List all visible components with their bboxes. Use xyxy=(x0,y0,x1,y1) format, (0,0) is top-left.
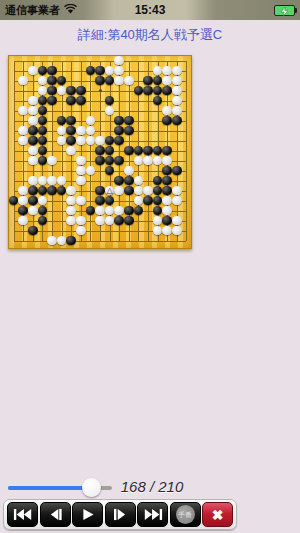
white-stone xyxy=(95,206,105,216)
white-stone xyxy=(38,86,48,96)
black-stone xyxy=(38,216,48,226)
white-stone xyxy=(134,176,144,186)
black-stone xyxy=(162,166,172,176)
move-counter-label: 168 / 210 xyxy=(112,478,192,495)
black-stone xyxy=(28,186,38,196)
black-stone xyxy=(105,146,115,156)
black-stone xyxy=(114,216,124,226)
black-stone xyxy=(47,86,57,96)
white-stone xyxy=(66,186,76,196)
black-stone xyxy=(86,206,96,216)
black-stone xyxy=(143,196,153,206)
close-button[interactable]: ✖ xyxy=(202,502,233,527)
frame-forward-icon xyxy=(113,508,128,521)
charging-bolt-icon xyxy=(281,6,288,18)
black-stone xyxy=(134,86,144,96)
white-stone xyxy=(47,156,57,166)
white-stone xyxy=(172,66,182,76)
frame-back-icon xyxy=(48,508,63,521)
white-stone xyxy=(105,66,115,76)
white-stone xyxy=(76,216,86,226)
white-stone xyxy=(18,216,28,226)
black-stone xyxy=(143,76,153,86)
white-stone xyxy=(38,76,48,86)
black-stone xyxy=(95,186,105,196)
black-stone xyxy=(153,86,163,96)
white-stone xyxy=(172,76,182,86)
black-stone xyxy=(38,116,48,126)
black-stone xyxy=(66,116,76,126)
black-stone xyxy=(153,196,163,206)
white-stone xyxy=(18,136,28,146)
white-stone xyxy=(18,126,28,136)
page-title: 詳細:第40期名人戦予選C xyxy=(0,26,300,44)
black-stone xyxy=(18,206,28,216)
white-stone xyxy=(134,156,144,166)
skip-to-start-button[interactable] xyxy=(7,502,38,527)
white-stone xyxy=(57,136,67,146)
black-stone xyxy=(57,76,67,86)
black-stone xyxy=(38,186,48,196)
black-stone xyxy=(172,166,182,176)
black-stone xyxy=(114,126,124,136)
slider-fill xyxy=(8,486,91,490)
close-icon: ✖ xyxy=(212,507,224,523)
turn-stone-icon: 手番 xyxy=(176,505,195,524)
black-stone xyxy=(124,146,134,156)
black-stone xyxy=(114,116,124,126)
white-stone xyxy=(66,146,76,156)
white-stone xyxy=(172,86,182,96)
white-stone xyxy=(95,136,105,146)
white-stone xyxy=(76,156,86,166)
black-stone xyxy=(57,186,67,196)
white-stone xyxy=(172,216,182,226)
white-stone xyxy=(162,196,172,206)
black-stone xyxy=(95,196,105,206)
black-stone xyxy=(143,146,153,156)
white-stone xyxy=(172,226,182,236)
black-stone xyxy=(28,136,38,146)
black-stone xyxy=(124,216,134,226)
black-stone xyxy=(95,66,105,76)
white-stone xyxy=(18,186,28,196)
black-stone xyxy=(38,66,48,76)
white-stone xyxy=(153,66,163,76)
white-stone xyxy=(57,176,67,186)
black-stone xyxy=(134,206,144,216)
black-stone xyxy=(38,106,48,116)
white-stone xyxy=(162,206,172,216)
play-icon xyxy=(81,508,95,521)
board-grid-line xyxy=(14,171,187,172)
white-stone xyxy=(38,176,48,186)
white-stone xyxy=(124,76,134,86)
white-stone xyxy=(162,66,172,76)
white-stone xyxy=(18,106,28,116)
battery-indicator xyxy=(274,5,295,16)
white-stone xyxy=(57,236,67,246)
black-stone xyxy=(162,176,172,186)
white-stone xyxy=(28,106,38,116)
black-stone xyxy=(143,86,153,96)
skip-end-icon xyxy=(143,508,163,521)
step-forward-button[interactable] xyxy=(105,502,136,527)
white-stone xyxy=(95,216,105,226)
white-stone xyxy=(86,166,96,176)
black-stone xyxy=(38,156,48,166)
play-button[interactable] xyxy=(72,502,103,527)
white-stone xyxy=(38,196,48,206)
white-stone xyxy=(47,176,57,186)
white-stone xyxy=(114,206,124,216)
white-stone xyxy=(66,216,76,226)
white-stone xyxy=(172,186,182,196)
clock-label: 15:43 xyxy=(0,3,300,17)
black-stone xyxy=(105,76,115,86)
white-stone xyxy=(76,226,86,236)
black-stone xyxy=(105,156,115,166)
white-stone xyxy=(28,156,38,166)
black-stone xyxy=(124,206,134,216)
black-stone xyxy=(172,116,182,126)
black-stone xyxy=(57,116,67,126)
white-stone xyxy=(57,126,67,136)
black-stone xyxy=(28,196,38,206)
battery-icon xyxy=(274,5,295,16)
white-stone xyxy=(57,86,67,96)
black-stone xyxy=(162,86,172,96)
turn-indicator-button[interactable]: 手番 xyxy=(170,502,201,527)
white-stone xyxy=(114,76,124,86)
white-stone xyxy=(153,156,163,166)
white-stone xyxy=(172,196,182,206)
black-stone xyxy=(47,66,57,76)
black-stone xyxy=(124,186,134,196)
black-stone xyxy=(38,136,48,146)
move-slider-row: 168 / 210 xyxy=(0,476,300,498)
black-stone xyxy=(153,176,163,186)
white-stone xyxy=(105,106,115,116)
black-stone xyxy=(47,96,57,106)
skip-start-icon xyxy=(13,508,33,521)
white-stone xyxy=(76,196,86,206)
black-stone xyxy=(134,146,144,156)
turn-label: 手番 xyxy=(178,510,192,520)
black-stone xyxy=(153,96,163,106)
black-stone xyxy=(105,196,115,206)
black-stone xyxy=(76,86,86,96)
white-stone xyxy=(28,146,38,156)
white-stone xyxy=(86,126,96,136)
black-stone xyxy=(38,96,48,106)
black-stone xyxy=(9,196,19,206)
white-stone xyxy=(105,206,115,216)
white-stone xyxy=(86,136,96,146)
black-stone xyxy=(162,116,172,126)
black-stone xyxy=(66,136,76,146)
black-stone xyxy=(66,86,76,96)
black-stone xyxy=(162,216,172,226)
black-stone xyxy=(153,76,163,86)
go-board[interactable]: △ xyxy=(8,55,192,249)
white-stone xyxy=(172,96,182,106)
white-stone xyxy=(76,126,86,136)
white-stone xyxy=(114,56,124,66)
board-grid-line xyxy=(14,241,187,242)
white-stone xyxy=(76,176,86,186)
move-slider-thumb[interactable] xyxy=(82,478,101,497)
white-stone xyxy=(18,76,28,86)
black-stone xyxy=(95,146,105,156)
black-stone xyxy=(105,136,115,146)
white-stone xyxy=(28,176,38,186)
playback-toolbar: 手番✖ xyxy=(3,499,237,530)
app-screen: 通信事業者 15:43 詳細:第40期名人戦予選C △ 168 / 210 手番… xyxy=(0,0,300,533)
black-stone xyxy=(66,126,76,136)
black-stone xyxy=(114,136,124,146)
white-stone xyxy=(66,196,76,206)
black-stone xyxy=(105,96,115,106)
step-back-button[interactable] xyxy=(40,502,71,527)
white-stone xyxy=(28,206,38,216)
black-stone xyxy=(28,226,38,236)
white-stone xyxy=(76,166,86,176)
black-stone xyxy=(124,126,134,136)
white-stone xyxy=(172,106,182,116)
last-move-marker: △ xyxy=(105,186,115,196)
black-stone xyxy=(76,96,86,106)
white-stone xyxy=(18,196,28,206)
black-stone xyxy=(124,176,134,186)
black-stone xyxy=(162,186,172,196)
black-stone xyxy=(38,206,48,216)
black-stone xyxy=(105,166,115,176)
white-stone xyxy=(66,206,76,216)
black-stone xyxy=(38,126,48,136)
white-stone xyxy=(143,186,153,196)
black-stone xyxy=(114,156,124,166)
black-stone xyxy=(38,146,48,156)
white-stone xyxy=(162,226,172,236)
white-stone xyxy=(86,116,96,126)
star-point xyxy=(99,89,102,92)
black-stone xyxy=(66,236,76,246)
skip-to-end-button[interactable] xyxy=(137,502,168,527)
black-stone xyxy=(47,186,57,196)
white-stone xyxy=(114,66,124,76)
black-stone xyxy=(95,76,105,86)
white-stone xyxy=(47,236,57,246)
white-stone: △ xyxy=(105,186,115,196)
black-stone xyxy=(28,126,38,136)
black-stone xyxy=(47,76,57,86)
white-stone xyxy=(105,216,115,226)
black-stone xyxy=(153,206,163,216)
black-stone xyxy=(124,116,134,126)
white-stone xyxy=(76,136,86,146)
white-stone xyxy=(162,156,172,166)
black-stone xyxy=(86,66,96,76)
black-stone xyxy=(162,146,172,156)
white-stone xyxy=(162,76,172,86)
white-stone xyxy=(124,166,134,176)
status-bar: 通信事業者 15:43 xyxy=(0,0,300,20)
white-stone xyxy=(28,116,38,126)
white-stone xyxy=(153,216,163,226)
board-grid-line xyxy=(186,61,187,241)
black-stone xyxy=(114,176,124,186)
white-stone xyxy=(134,186,144,196)
black-stone xyxy=(153,186,163,196)
white-stone xyxy=(153,226,163,236)
white-stone xyxy=(134,196,144,206)
white-stone xyxy=(143,156,153,166)
black-stone xyxy=(153,146,163,156)
white-stone xyxy=(28,96,38,106)
black-stone xyxy=(66,96,76,106)
white-stone xyxy=(28,66,38,76)
white-stone xyxy=(162,106,172,116)
white-stone xyxy=(114,186,124,196)
black-stone xyxy=(95,156,105,166)
